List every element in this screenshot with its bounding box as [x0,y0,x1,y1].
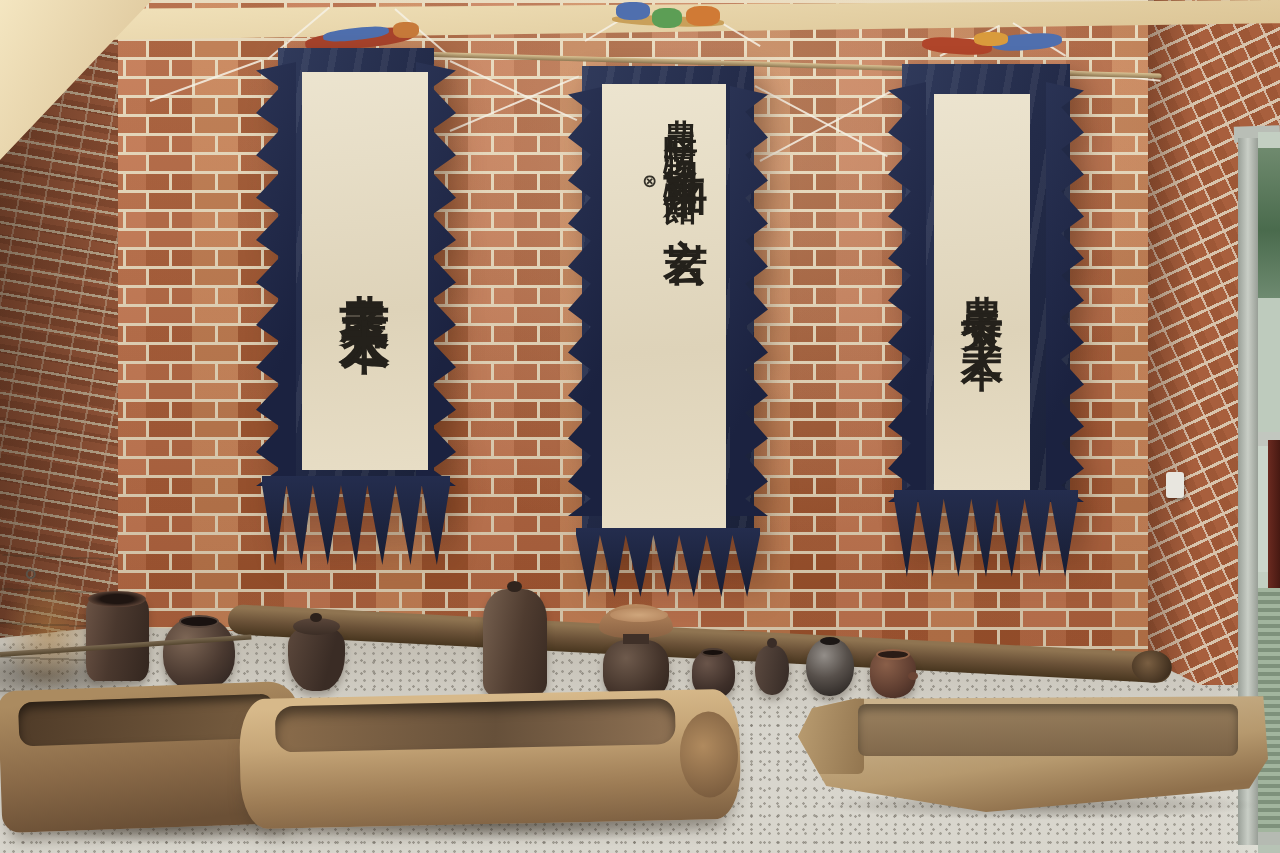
pot-spout [908,672,918,680]
banner-fringe [576,528,760,597]
round-onggi-pot [163,617,235,691]
tray-recess [858,704,1238,756]
trough-hollow [275,698,676,752]
banner-right: 農者天下之大本 [888,64,1084,577]
trough-hollow [18,694,275,747]
log-trough [239,689,742,829]
pot-mouth [179,615,219,628]
banner-panel: 農畊遺物博物館 加平 玄岩 ⊗ [602,84,726,528]
bird-left [616,2,650,20]
dragon-head [393,22,419,38]
light-switch [1166,472,1184,498]
banner-fringe [262,476,450,565]
log-end-cap [679,711,739,798]
banner-ruffle-right [1046,82,1084,502]
banner-fringe [894,490,1078,577]
banner-text: 農者天下之大本 [340,254,390,289]
jar-mouth [820,637,840,645]
spouted-pot [870,650,916,698]
bird-right [686,6,720,26]
banner-ruffle-left [568,86,606,516]
banner-text: 農者天下之大本 [961,262,1003,325]
banner-center: 農畊遺物博物館 加平 玄岩 ⊗ [568,66,768,597]
bird-middle [652,8,682,28]
lidded-pot [288,626,345,691]
jar-with-bowl [602,604,670,700]
lid-knob [310,613,322,622]
banner-panel: 農者天下之大本 [934,94,1030,492]
bowl-interior [610,608,668,622]
tall-bottle-jar [483,589,547,699]
gourd-bottle [755,645,789,695]
jar-mouth [88,591,146,607]
museum-photo: 農者天下之大本 農畊遺物博物館 加平 玄岩 ⊗ 農者天下之大本 [0,0,1280,853]
window-bottom-rail [1258,832,1280,845]
window-glass-band [1258,298,1280,432]
bird-ornament-center [608,0,728,38]
lid-knob [507,581,522,592]
panel-hook [26,569,36,579]
banner-text-right-column: 加平 玄岩 [664,92,708,211]
banner-panel: 農者天下之大本 [302,72,428,470]
pot-mouth [701,648,725,657]
window-foliage-view [1258,148,1280,298]
dragon-ornament-right [922,30,1067,62]
banner-ruffle-left [256,62,296,486]
pot-rim [876,649,910,660]
dragon-center [974,32,1008,46]
banner-left: 農者天下之大本 [256,48,456,565]
bottle-neck [767,638,777,648]
banner-seal-mark: ⊗ [642,170,657,191]
banner-ruffle-right [730,86,768,516]
window-glass-lower [1258,845,1280,853]
cylindrical-jar [86,596,149,681]
window-red-post [1268,440,1280,588]
banner-ruffle-left [888,82,926,502]
glazed-round-jar [806,638,854,696]
bowl-foot [623,634,649,644]
